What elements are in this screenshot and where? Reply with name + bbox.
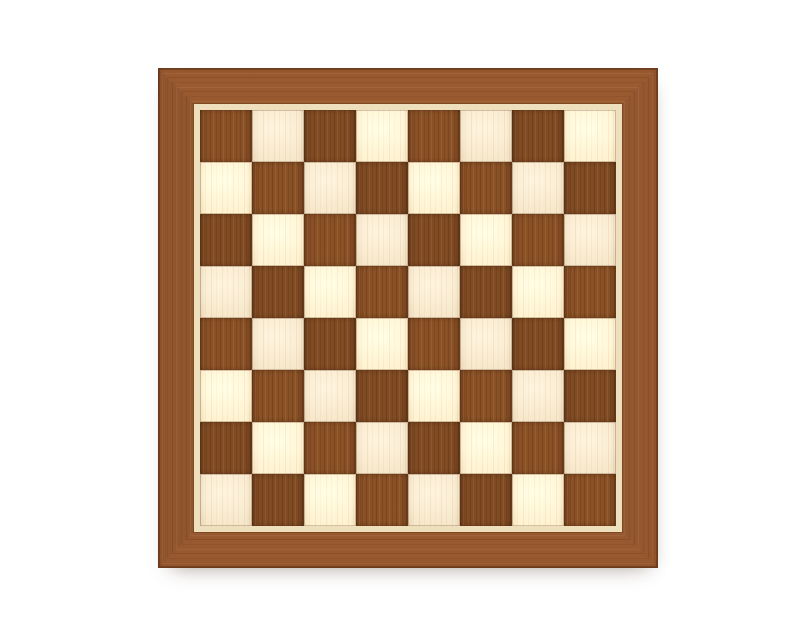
square-r6c1-light[interactable] [200,370,252,422]
square-r6c2-dark[interactable] [252,370,304,422]
square-r8c8-dark[interactable] [564,474,616,526]
square-r5c5-dark[interactable] [408,318,460,370]
square-r6c6-dark[interactable] [460,370,512,422]
chess-board [158,68,658,568]
square-r8c6-dark[interactable] [460,474,512,526]
playing-area [200,110,616,526]
square-r4c2-dark[interactable] [252,266,304,318]
square-r5c4-light[interactable] [356,318,408,370]
square-r8c2-dark[interactable] [252,474,304,526]
square-r4c8-dark[interactable] [564,266,616,318]
square-r3c1-dark[interactable] [200,214,252,266]
square-r4c4-dark[interactable] [356,266,408,318]
square-r7c6-light[interactable] [460,422,512,474]
square-r5c8-light[interactable] [564,318,616,370]
square-r2c8-dark[interactable] [564,162,616,214]
square-r2c7-light[interactable] [512,162,564,214]
square-r7c4-light[interactable] [356,422,408,474]
square-r1c6-light[interactable] [460,110,512,162]
square-r5c7-dark[interactable] [512,318,564,370]
square-r1c3-dark[interactable] [304,110,356,162]
square-r6c8-dark[interactable] [564,370,616,422]
square-r1c1-dark[interactable] [200,110,252,162]
square-r4c6-dark[interactable] [460,266,512,318]
square-r1c5-dark[interactable] [408,110,460,162]
square-r3c3-dark[interactable] [304,214,356,266]
photo-background: { "game": "chess", "scene": { "descripti… [0,0,800,640]
square-r2c5-light[interactable] [408,162,460,214]
square-r7c8-light[interactable] [564,422,616,474]
square-r7c7-dark[interactable] [512,422,564,474]
square-r5c1-dark[interactable] [200,318,252,370]
square-r3c5-dark[interactable] [408,214,460,266]
square-r4c7-light[interactable] [512,266,564,318]
square-r8c5-light[interactable] [408,474,460,526]
square-r7c3-dark[interactable] [304,422,356,474]
square-r8c3-light[interactable] [304,474,356,526]
square-r6c4-dark[interactable] [356,370,408,422]
square-r5c3-dark[interactable] [304,318,356,370]
square-r3c8-light[interactable] [564,214,616,266]
square-r6c5-light[interactable] [408,370,460,422]
square-r2c3-light[interactable] [304,162,356,214]
square-r4c5-light[interactable] [408,266,460,318]
square-r8c7-light[interactable] [512,474,564,526]
square-r7c5-dark[interactable] [408,422,460,474]
square-r8c4-dark[interactable] [356,474,408,526]
square-r8c1-light[interactable] [200,474,252,526]
square-r3c6-light[interactable] [460,214,512,266]
square-r2c4-dark[interactable] [356,162,408,214]
square-r1c4-light[interactable] [356,110,408,162]
square-r5c2-light[interactable] [252,318,304,370]
square-r1c2-light[interactable] [252,110,304,162]
maple-inlay-border [194,104,622,532]
square-r3c2-light[interactable] [252,214,304,266]
square-r6c7-light[interactable] [512,370,564,422]
square-r3c7-dark[interactable] [512,214,564,266]
square-r5c6-light[interactable] [460,318,512,370]
square-r2c6-dark[interactable] [460,162,512,214]
square-r1c8-light[interactable] [564,110,616,162]
square-r7c1-dark[interactable] [200,422,252,474]
square-r4c3-light[interactable] [304,266,356,318]
square-r2c1-light[interactable] [200,162,252,214]
square-r3c4-light[interactable] [356,214,408,266]
square-r7c2-light[interactable] [252,422,304,474]
square-r6c3-light[interactable] [304,370,356,422]
square-r4c1-light[interactable] [200,266,252,318]
square-r2c2-dark[interactable] [252,162,304,214]
square-r1c7-dark[interactable] [512,110,564,162]
